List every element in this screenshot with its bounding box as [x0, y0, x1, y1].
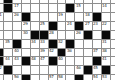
crossword-cell[interactable] — [66, 31, 75, 40]
block-cell — [66, 40, 75, 49]
clue-number: 41 — [102, 57, 107, 61]
crossword-cell[interactable]: 48 — [31, 57, 40, 66]
clue-number: 40 — [14, 49, 19, 53]
clue-number: 29 — [23, 22, 28, 26]
block-cell — [49, 57, 58, 66]
crossword-cell[interactable]: 54 — [93, 75, 102, 80]
crossword-cell[interactable] — [111, 40, 115, 49]
block-cell — [13, 40, 22, 49]
clue-number: 46 — [76, 66, 81, 70]
crossword-cell[interactable] — [66, 57, 75, 66]
block-cell — [40, 31, 49, 40]
crossword-cell[interactable]: 28 — [49, 31, 58, 40]
crossword-cell[interactable]: 42 — [49, 49, 58, 58]
clue-number: 43 — [14, 57, 19, 61]
crossword-cell[interactable]: 30 — [22, 31, 31, 40]
crossword-cell[interactable]: 33 — [40, 40, 49, 49]
clue-number: 54 — [93, 75, 98, 79]
clue-number: 27 — [85, 22, 90, 26]
crossword-cell[interactable] — [66, 75, 75, 80]
clue-number: 12 — [31, 0, 36, 1]
crossword-cell[interactable] — [4, 13, 13, 22]
clue-number: 23 — [93, 22, 98, 26]
crossword-cell[interactable] — [111, 22, 115, 31]
clue-number: 36 — [67, 49, 72, 53]
clue-number: 31 — [102, 40, 107, 44]
crossword-cell[interactable] — [49, 4, 58, 13]
clue-number: 58 — [58, 75, 63, 79]
crossword-cell[interactable] — [4, 31, 13, 40]
crossword-cell[interactable] — [49, 13, 58, 22]
crossword-cell[interactable]: 37 — [93, 49, 102, 58]
crossword-cell[interactable]: 32 — [58, 40, 67, 49]
clue-number: 28 — [49, 31, 54, 35]
clue-number: 26 — [14, 13, 19, 17]
crossword-cell[interactable]: 24 — [66, 22, 75, 31]
crossword-cell[interactable] — [84, 57, 93, 66]
clue-number: 44 — [5, 57, 10, 61]
crossword-cell[interactable]: 34 — [31, 40, 40, 49]
crossword-cell[interactable] — [22, 40, 31, 49]
crossword-cell[interactable]: 14 — [102, 4, 111, 13]
crossword-cell[interactable] — [31, 75, 40, 80]
clue-number: 11 — [102, 0, 107, 1]
clue-number: 35 — [5, 40, 10, 44]
clue-number: 13 — [58, 0, 63, 1]
crossword-cell[interactable]: 25 — [40, 22, 49, 31]
clue-number: 30 — [23, 31, 28, 35]
clue-number: 19 — [58, 13, 63, 17]
crossword-cell[interactable]: 44 — [4, 57, 13, 66]
crossword-cell[interactable] — [93, 4, 102, 13]
crossword-cell[interactable] — [58, 31, 67, 40]
clue-number: 48 — [31, 57, 36, 61]
block-cell — [84, 66, 93, 75]
crossword-cell[interactable]: 53 — [102, 75, 111, 80]
crossword-cell[interactable] — [111, 13, 115, 22]
clue-number: 57 — [49, 75, 54, 79]
crossword-cell[interactable] — [4, 75, 13, 80]
crossword-cell[interactable]: 46 — [75, 66, 84, 75]
clue-number: 34 — [31, 40, 36, 44]
clue-number: 26 — [76, 31, 81, 35]
crossword-cell[interactable] — [4, 22, 13, 31]
crossword-cell[interactable] — [93, 31, 102, 40]
crossword-cell[interactable] — [111, 49, 115, 58]
clue-number: 24 — [67, 22, 72, 26]
crossword-cell[interactable] — [84, 40, 93, 49]
crossword-cell[interactable] — [84, 49, 93, 58]
clue-number: 25 — [40, 22, 45, 26]
crossword-cell[interactable] — [111, 57, 115, 66]
crossword-cell[interactable] — [22, 4, 31, 13]
clue-number: 45 — [93, 66, 98, 70]
crossword-cell[interactable]: 23 — [93, 22, 102, 31]
crossword-cell[interactable]: 35 — [4, 40, 13, 49]
crossword-cell[interactable] — [111, 66, 115, 75]
crossword-cell[interactable] — [22, 66, 31, 75]
clue-number: 37 — [93, 49, 98, 53]
block-cell — [22, 57, 31, 66]
crossword-cell[interactable] — [40, 75, 49, 80]
crossword-cell[interactable]: 22 — [102, 22, 111, 31]
crossword-cell[interactable] — [22, 49, 31, 58]
crossword-cell[interactable]: 36 — [66, 49, 75, 58]
clue-number: 32 — [58, 40, 63, 44]
crossword-cell[interactable] — [13, 31, 22, 40]
crossword-cell[interactable]: 47 — [40, 57, 49, 66]
block-cell — [102, 31, 111, 40]
clue-number: 53 — [102, 75, 107, 79]
crossword-cell[interactable]: 26 — [75, 31, 84, 40]
clue-number: 21 — [0, 13, 2, 17]
crossword-cell[interactable]: 57 — [49, 75, 58, 80]
clue-number: 42 — [49, 49, 54, 53]
clue-number: 38 — [102, 49, 107, 53]
clue-number: 14 — [102, 4, 107, 8]
clue-number: 47 — [40, 57, 45, 61]
clue-number: 40 — [58, 57, 63, 61]
crossword-cell[interactable] — [111, 4, 115, 13]
crossword-cell[interactable] — [31, 66, 40, 75]
crossword-cell[interactable] — [93, 40, 102, 49]
block-cell — [66, 4, 75, 13]
clue-number: 33 — [40, 40, 45, 44]
crossword-cell[interactable] — [13, 22, 22, 31]
clue-number: 56 — [14, 75, 19, 79]
block-cell — [4, 66, 13, 75]
crossword-cell[interactable]: 43 — [13, 57, 22, 66]
clue-number: 17 — [14, 4, 19, 8]
block-cell — [84, 31, 93, 40]
block-cell — [49, 40, 58, 49]
clue-number: 18 — [85, 13, 90, 17]
crossword-cell[interactable]: 41 — [102, 57, 111, 66]
crossword-cell[interactable] — [75, 40, 84, 49]
crossword-cell[interactable] — [84, 75, 93, 80]
crossword-cell[interactable]: 26 — [13, 13, 22, 22]
crossword-cell[interactable]: 15 — [75, 4, 84, 13]
crossword-cell[interactable] — [40, 66, 49, 75]
crossword-cell[interactable]: 58 — [58, 75, 67, 80]
crossword-board: 1213111715142126191829252427232230282635… — [0, 0, 115, 80]
crossword-cell[interactable] — [40, 4, 49, 13]
crossword-cell[interactable] — [31, 22, 40, 31]
block-cell — [75, 75, 84, 80]
crossword-cell[interactable]: 31 — [102, 40, 111, 49]
block-cell — [22, 75, 31, 80]
block-cell — [4, 4, 13, 13]
crossword-cell[interactable] — [58, 22, 67, 31]
crossword-board-viewport: 1213111715142126191829252427232230282635… — [0, 0, 115, 80]
clue-number: 52 — [0, 66, 2, 70]
crossword-cell[interactable] — [75, 49, 84, 58]
crossword-cell[interactable] — [111, 75, 115, 80]
clue-number: 39 — [40, 49, 45, 53]
crossword-cell[interactable] — [66, 66, 75, 75]
crossword-cell[interactable] — [75, 13, 84, 22]
crossword-cell[interactable] — [31, 4, 40, 13]
clue-number: 15 — [76, 4, 81, 8]
crossword-cell[interactable]: 19 — [58, 13, 67, 22]
crossword-cell[interactable]: 56 — [13, 75, 22, 80]
block-cell — [31, 31, 40, 40]
crossword-cell[interactable] — [31, 13, 40, 22]
clue-number: 22 — [102, 22, 107, 26]
crossword-cell[interactable]: 40 — [58, 57, 67, 66]
crossword-cell[interactable] — [111, 31, 115, 40]
crossword-cell[interactable]: 27 — [84, 22, 93, 31]
